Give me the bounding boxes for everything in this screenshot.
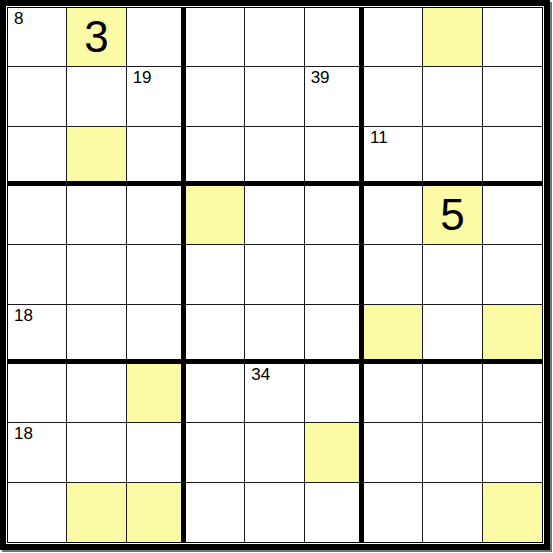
cell-r3c2[interactable] <box>67 127 126 186</box>
cell-r9c5[interactable] <box>245 483 304 542</box>
cell-r9c9[interactable] <box>483 483 542 542</box>
cell-r3c4[interactable] <box>186 127 245 186</box>
cell-r8c9[interactable] <box>483 423 542 482</box>
cell-r1c6[interactable] <box>305 8 364 67</box>
cell-r8c6[interactable] <box>305 423 364 482</box>
cage-sum-clue: 34 <box>251 366 270 385</box>
cell-r6c1[interactable]: 18 <box>8 305 67 364</box>
cell-r6c8[interactable] <box>423 305 482 364</box>
cell-r4c1[interactable] <box>8 186 67 245</box>
cell-r5c9[interactable] <box>483 245 542 304</box>
cell-r6c6[interactable] <box>305 305 364 364</box>
cell-r9c3[interactable] <box>127 483 186 542</box>
cell-r9c7[interactable] <box>364 483 423 542</box>
cell-r8c3[interactable] <box>127 423 186 482</box>
cell-r1c4[interactable] <box>186 8 245 67</box>
cell-r6c3[interactable] <box>127 305 186 364</box>
cell-r5c5[interactable] <box>245 245 304 304</box>
cell-r1c8[interactable] <box>423 8 482 67</box>
cell-r2c2[interactable] <box>67 67 126 126</box>
cell-r8c1[interactable]: 18 <box>8 423 67 482</box>
cell-r3c7[interactable]: 11 <box>364 127 423 186</box>
sudoku-board: 831939115183418 <box>0 0 550 550</box>
cell-r8c7[interactable] <box>364 423 423 482</box>
cell-r6c7[interactable] <box>364 305 423 364</box>
cell-r6c5[interactable] <box>245 305 304 364</box>
cell-r9c6[interactable] <box>305 483 364 542</box>
cell-r2c1[interactable] <box>8 67 67 126</box>
given-digit: 3 <box>84 12 108 62</box>
cell-r7c9[interactable] <box>483 364 542 423</box>
cell-r4c6[interactable] <box>305 186 364 245</box>
cage-sum-clue: 39 <box>311 69 330 88</box>
cage-sum-clue: 11 <box>370 129 388 148</box>
cell-r4c8[interactable]: 5 <box>423 186 482 245</box>
cell-r5c2[interactable] <box>67 245 126 304</box>
cell-r3c8[interactable] <box>423 127 482 186</box>
cell-r8c8[interactable] <box>423 423 482 482</box>
sudoku-grid: 831939115183418 <box>8 8 542 542</box>
cell-r9c1[interactable] <box>8 483 67 542</box>
cell-r6c4[interactable] <box>186 305 245 364</box>
cell-r1c2[interactable]: 3 <box>67 8 126 67</box>
cell-r9c8[interactable] <box>423 483 482 542</box>
cell-r7c4[interactable] <box>186 364 245 423</box>
cell-r6c2[interactable] <box>67 305 126 364</box>
cell-r5c3[interactable] <box>127 245 186 304</box>
cage-sum-clue: 18 <box>14 425 33 444</box>
cell-r5c6[interactable] <box>305 245 364 304</box>
cell-r5c1[interactable] <box>8 245 67 304</box>
cell-r1c5[interactable] <box>245 8 304 67</box>
cell-r9c4[interactable] <box>186 483 245 542</box>
cell-r5c7[interactable] <box>364 245 423 304</box>
given-digit: 5 <box>440 190 464 240</box>
cell-r2c6[interactable]: 39 <box>305 67 364 126</box>
cell-r3c5[interactable] <box>245 127 304 186</box>
cell-r1c7[interactable] <box>364 8 423 67</box>
cell-r8c4[interactable] <box>186 423 245 482</box>
cell-r2c3[interactable]: 19 <box>127 67 186 126</box>
cell-r5c8[interactable] <box>423 245 482 304</box>
cell-r8c5[interactable] <box>245 423 304 482</box>
cell-r4c7[interactable] <box>364 186 423 245</box>
cell-r7c3[interactable] <box>127 364 186 423</box>
cell-r3c3[interactable] <box>127 127 186 186</box>
cell-r7c7[interactable] <box>364 364 423 423</box>
cell-r4c4[interactable] <box>186 186 245 245</box>
cell-r1c3[interactable] <box>127 8 186 67</box>
cell-r7c6[interactable] <box>305 364 364 423</box>
cell-r4c2[interactable] <box>67 186 126 245</box>
cell-r2c4[interactable] <box>186 67 245 126</box>
cell-r2c5[interactable] <box>245 67 304 126</box>
sudoku-board-frame: 831939115183418 <box>7 7 543 543</box>
cell-r7c8[interactable] <box>423 364 482 423</box>
cell-r4c9[interactable] <box>483 186 542 245</box>
cell-r2c8[interactable] <box>423 67 482 126</box>
cell-r2c9[interactable] <box>483 67 542 126</box>
cell-r3c6[interactable] <box>305 127 364 186</box>
cell-r5c4[interactable] <box>186 245 245 304</box>
cell-r2c7[interactable] <box>364 67 423 126</box>
cell-r7c1[interactable] <box>8 364 67 423</box>
cage-sum-clue: 18 <box>14 307 33 326</box>
puzzle-page: 831939115183418 <box>0 0 553 553</box>
cell-r3c1[interactable] <box>8 127 67 186</box>
cell-r8c2[interactable] <box>67 423 126 482</box>
cell-r7c5[interactable]: 34 <box>245 364 304 423</box>
cell-r7c2[interactable] <box>67 364 126 423</box>
cage-sum-clue: 8 <box>14 10 23 29</box>
cell-r1c1[interactable]: 8 <box>8 8 67 67</box>
cell-r3c9[interactable] <box>483 127 542 186</box>
cell-r4c3[interactable] <box>127 186 186 245</box>
cell-r6c9[interactable] <box>483 305 542 364</box>
cage-sum-clue: 19 <box>133 69 152 88</box>
cell-r9c2[interactable] <box>67 483 126 542</box>
cell-r1c9[interactable] <box>483 8 542 67</box>
cell-r4c5[interactable] <box>245 186 304 245</box>
